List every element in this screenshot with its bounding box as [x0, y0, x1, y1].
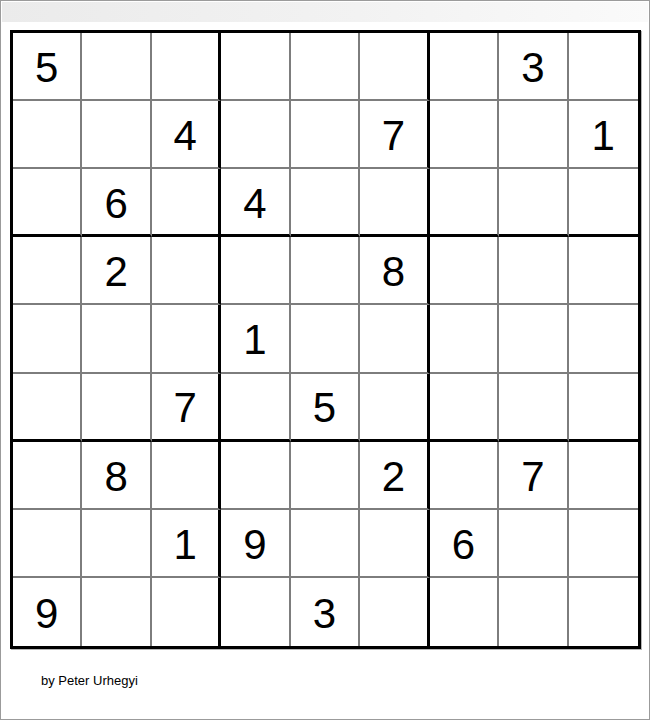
cell-r5c3[interactable] [152, 305, 221, 373]
cell-r5c9[interactable] [569, 305, 638, 373]
cell-r4c5[interactable] [291, 237, 360, 305]
cell-r7c8: 7 [499, 442, 568, 510]
cell-r3c2: 6 [82, 169, 151, 237]
cell-r5c8[interactable] [499, 305, 568, 373]
cell-r7c7[interactable] [430, 442, 499, 510]
sudoku-board: 53471642817582719693 [10, 30, 641, 649]
cell-r7c5[interactable] [291, 442, 360, 510]
cell-r2c2[interactable] [82, 101, 151, 169]
cell-r3c9[interactable] [569, 169, 638, 237]
cell-r9c8[interactable] [499, 578, 568, 646]
page: 53471642817582719693 by Peter Urhegyi [0, 0, 650, 720]
cell-r5c2[interactable] [82, 305, 151, 373]
cell-r6c6[interactable] [360, 374, 429, 442]
cell-r3c1[interactable] [13, 169, 82, 237]
cell-r1c4[interactable] [221, 33, 290, 101]
cell-r2c6: 7 [360, 101, 429, 169]
cell-r3c7[interactable] [430, 169, 499, 237]
cell-r4c2: 2 [82, 237, 151, 305]
cell-r7c1[interactable] [13, 442, 82, 510]
cell-r1c8: 3 [499, 33, 568, 101]
cell-r5c6[interactable] [360, 305, 429, 373]
cell-r9c9[interactable] [569, 578, 638, 646]
cell-r1c7[interactable] [430, 33, 499, 101]
cell-r8c6[interactable] [360, 510, 429, 578]
cell-r9c3[interactable] [152, 578, 221, 646]
cell-r8c7: 6 [430, 510, 499, 578]
cell-r1c1: 5 [13, 33, 82, 101]
cell-r8c1[interactable] [13, 510, 82, 578]
cell-r5c7[interactable] [430, 305, 499, 373]
cell-r4c1[interactable] [13, 237, 82, 305]
cell-r6c1[interactable] [13, 374, 82, 442]
cell-r7c4[interactable] [221, 442, 290, 510]
cell-r6c7[interactable] [430, 374, 499, 442]
cell-r7c6: 2 [360, 442, 429, 510]
cell-r4c6: 8 [360, 237, 429, 305]
cell-r8c9[interactable] [569, 510, 638, 578]
cell-r3c5[interactable] [291, 169, 360, 237]
cell-r4c7[interactable] [430, 237, 499, 305]
cell-r6c3: 7 [152, 374, 221, 442]
cell-r2c7[interactable] [430, 101, 499, 169]
cell-r6c5: 5 [291, 374, 360, 442]
cell-r5c5[interactable] [291, 305, 360, 373]
cell-r6c2[interactable] [82, 374, 151, 442]
cell-r1c9[interactable] [569, 33, 638, 101]
cell-r2c1[interactable] [13, 101, 82, 169]
cell-r4c4[interactable] [221, 237, 290, 305]
cell-r4c8[interactable] [499, 237, 568, 305]
cell-r3c6[interactable] [360, 169, 429, 237]
cell-r5c4: 1 [221, 305, 290, 373]
cell-r3c8[interactable] [499, 169, 568, 237]
cell-r5c1[interactable] [13, 305, 82, 373]
cell-r9c7[interactable] [430, 578, 499, 646]
cell-r9c5: 3 [291, 578, 360, 646]
cell-r8c2[interactable] [82, 510, 151, 578]
cell-r8c5[interactable] [291, 510, 360, 578]
cell-r2c5[interactable] [291, 101, 360, 169]
cell-r1c3[interactable] [152, 33, 221, 101]
cell-r8c4: 9 [221, 510, 290, 578]
cell-r7c2: 8 [82, 442, 151, 510]
cell-r4c3[interactable] [152, 237, 221, 305]
cell-r2c3: 4 [152, 101, 221, 169]
cell-r2c9: 1 [569, 101, 638, 169]
cell-r3c3[interactable] [152, 169, 221, 237]
cell-r9c6[interactable] [360, 578, 429, 646]
header-strip [2, 2, 648, 22]
cell-r6c4[interactable] [221, 374, 290, 442]
cell-r6c9[interactable] [569, 374, 638, 442]
cell-r2c8[interactable] [499, 101, 568, 169]
cell-r4c9[interactable] [569, 237, 638, 305]
cell-r8c8[interactable] [499, 510, 568, 578]
cell-r3c4: 4 [221, 169, 290, 237]
credit-text: by Peter Urhegyi [41, 673, 138, 688]
cell-r6c8[interactable] [499, 374, 568, 442]
cell-r1c2[interactable] [82, 33, 151, 101]
cell-r2c4[interactable] [221, 101, 290, 169]
cell-r8c3: 1 [152, 510, 221, 578]
cell-r1c6[interactable] [360, 33, 429, 101]
cell-r9c1: 9 [13, 578, 82, 646]
cell-r9c2[interactable] [82, 578, 151, 646]
cell-r1c5[interactable] [291, 33, 360, 101]
cell-r7c9[interactable] [569, 442, 638, 510]
cell-r9c4[interactable] [221, 578, 290, 646]
cell-r7c3[interactable] [152, 442, 221, 510]
